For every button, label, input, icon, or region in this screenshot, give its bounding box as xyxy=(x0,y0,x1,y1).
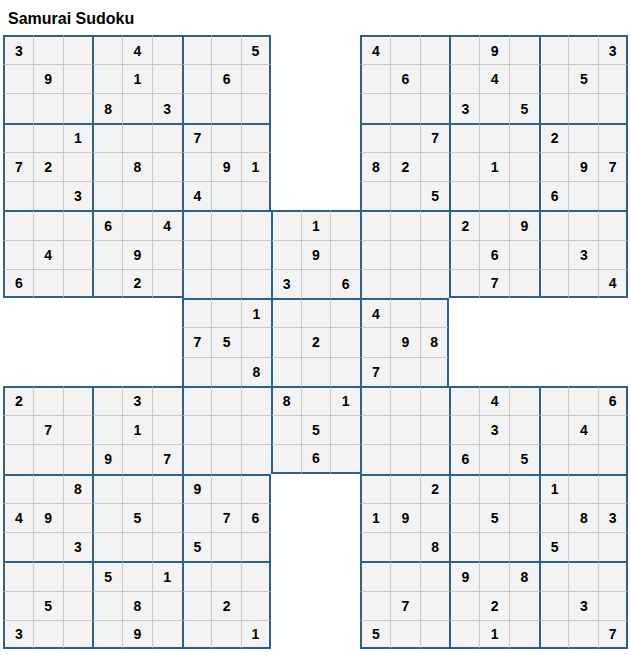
cell-r21c18[interactable] xyxy=(509,620,539,649)
cell-r8c15[interactable] xyxy=(420,240,450,269)
cell-r10c11[interactable] xyxy=(301,298,331,327)
cell-r19c5[interactable] xyxy=(122,561,152,590)
cell-r4c15: 7 xyxy=(420,123,450,152)
cell-r21c4[interactable] xyxy=(92,620,122,649)
cell-r2c19[interactable] xyxy=(539,64,569,93)
cell-r20c3[interactable] xyxy=(63,591,93,620)
cell-r7c1[interactable] xyxy=(3,210,33,239)
cell-r8c18[interactable] xyxy=(509,240,539,269)
cell-r15c1[interactable] xyxy=(3,444,33,473)
cell-r8c17: 6 xyxy=(479,240,509,269)
gap-cell xyxy=(92,357,122,386)
cell-r14c13[interactable] xyxy=(360,415,390,444)
cell-r17c5: 5 xyxy=(122,503,152,532)
cell-r14c7[interactable] xyxy=(182,415,212,444)
cell-r3c8[interactable] xyxy=(211,93,241,122)
cell-r18c16[interactable] xyxy=(449,532,479,561)
cell-r9c3[interactable] xyxy=(63,269,93,298)
cell-r1c4[interactable] xyxy=(92,35,122,64)
cell-r16c6[interactable] xyxy=(152,474,182,503)
cell-r7c4: 6 xyxy=(92,210,122,239)
cell-r4c5[interactable] xyxy=(122,123,152,152)
cell-r10c7[interactable] xyxy=(182,298,212,327)
cell-r8c16[interactable] xyxy=(449,240,479,269)
cell-r13c6[interactable] xyxy=(152,386,182,415)
cell-r21c15[interactable] xyxy=(420,620,450,649)
cell-r20c13[interactable] xyxy=(360,591,390,620)
cell-r11c10[interactable] xyxy=(271,327,301,356)
gap-cell xyxy=(271,152,301,181)
cell-r14c1[interactable] xyxy=(3,415,33,444)
cell-r16c8[interactable] xyxy=(211,474,241,503)
cell-r19c13[interactable] xyxy=(360,561,390,590)
cell-r12c12[interactable] xyxy=(330,357,360,386)
gap-cell xyxy=(3,298,33,327)
cell-r15c5[interactable] xyxy=(122,444,152,473)
cell-r14c12[interactable] xyxy=(330,415,360,444)
cell-r21c14[interactable] xyxy=(390,620,420,649)
cell-r18c5[interactable] xyxy=(122,532,152,561)
cell-r3c17[interactable] xyxy=(479,93,509,122)
cell-r6c4[interactable] xyxy=(92,181,122,210)
cell-r2c7[interactable] xyxy=(182,64,212,93)
cell-r4c17[interactable] xyxy=(479,123,509,152)
cell-r20c18[interactable] xyxy=(509,591,539,620)
cell-r17c18[interactable] xyxy=(509,503,539,532)
cell-r4c14[interactable] xyxy=(390,123,420,152)
cell-r1c16[interactable] xyxy=(449,35,479,64)
cell-r5c18[interactable] xyxy=(509,152,539,181)
cell-r19c9[interactable] xyxy=(241,561,271,590)
cell-r14c4[interactable] xyxy=(92,415,122,444)
cell-r16c16[interactable] xyxy=(449,474,479,503)
cell-r13c4[interactable] xyxy=(92,386,122,415)
cell-r19c14[interactable] xyxy=(390,561,420,590)
cell-r4c9[interactable] xyxy=(241,123,271,152)
cell-r6c8[interactable] xyxy=(211,181,241,210)
cell-r19c19[interactable] xyxy=(539,561,569,590)
cell-r7c10[interactable] xyxy=(271,210,301,239)
cell-r19c15[interactable] xyxy=(420,561,450,590)
cell-r14c19[interactable] xyxy=(539,415,569,444)
cell-r15c19[interactable] xyxy=(539,444,569,473)
gap-cell xyxy=(301,152,331,181)
cell-r14c15[interactable] xyxy=(420,415,450,444)
cell-r13c3[interactable] xyxy=(63,386,93,415)
cell-r3c7[interactable] xyxy=(182,93,212,122)
cell-r20c19[interactable] xyxy=(539,591,569,620)
cell-r9c20[interactable] xyxy=(568,269,598,298)
cell-r7c12[interactable] xyxy=(330,210,360,239)
cell-r3c19[interactable] xyxy=(539,93,569,122)
cell-r17c16[interactable] xyxy=(449,503,479,532)
cell-r1c1: 3 xyxy=(3,35,33,64)
cell-r12c15[interactable] xyxy=(420,357,450,386)
cell-r18c18[interactable] xyxy=(509,532,539,561)
cell-r16c5[interactable] xyxy=(122,474,152,503)
cell-r19c8[interactable] xyxy=(211,561,241,590)
cell-r13c16[interactable] xyxy=(449,386,479,415)
cell-r5c7[interactable] xyxy=(182,152,212,181)
gap-cell xyxy=(509,357,539,386)
cell-r14c9[interactable] xyxy=(241,415,271,444)
cell-r8c6[interactable] xyxy=(152,240,182,269)
cell-r21c20[interactable] xyxy=(568,620,598,649)
cell-r6c2[interactable] xyxy=(33,181,63,210)
cell-r12c8[interactable] xyxy=(211,357,241,386)
cell-r7c5[interactable] xyxy=(122,210,152,239)
cell-r13c13[interactable] xyxy=(360,386,390,415)
cell-r18c9[interactable] xyxy=(241,532,271,561)
cell-r16c2[interactable] xyxy=(33,474,63,503)
cell-r11c13[interactable] xyxy=(360,327,390,356)
cell-r12c10[interactable] xyxy=(271,357,301,386)
cell-r20c15[interactable] xyxy=(420,591,450,620)
cell-r7c3[interactable] xyxy=(63,210,93,239)
cell-r8c21[interactable] xyxy=(598,240,628,269)
cell-r4c18[interactable] xyxy=(509,123,539,152)
cell-r4c13[interactable] xyxy=(360,123,390,152)
cell-r16c14[interactable] xyxy=(390,474,420,503)
cell-r1c15[interactable] xyxy=(420,35,450,64)
cell-r20c4[interactable] xyxy=(92,591,122,620)
cell-r14c8[interactable] xyxy=(211,415,241,444)
cell-r11c9[interactable] xyxy=(241,327,271,356)
cell-r16c18[interactable] xyxy=(509,474,539,503)
cell-r13c2[interactable] xyxy=(33,386,63,415)
cell-r21c8[interactable] xyxy=(211,620,241,649)
cell-r15c21[interactable] xyxy=(598,444,628,473)
cell-r9c14[interactable] xyxy=(390,269,420,298)
cell-r6c3: 3 xyxy=(63,181,93,210)
gap-cell xyxy=(479,298,509,327)
cell-r21c19[interactable] xyxy=(539,620,569,649)
cell-r8c13[interactable] xyxy=(360,240,390,269)
cell-r6c5[interactable] xyxy=(122,181,152,210)
cell-r5c16[interactable] xyxy=(449,152,479,181)
cell-r1c18[interactable] xyxy=(509,35,539,64)
cell-r18c8[interactable] xyxy=(211,532,241,561)
cell-r15c7[interactable] xyxy=(182,444,212,473)
cell-r8c9[interactable] xyxy=(241,240,271,269)
cell-r16c13[interactable] xyxy=(360,474,390,503)
cell-r2c3[interactable] xyxy=(63,64,93,93)
cell-r11c12[interactable] xyxy=(330,327,360,356)
cell-r9c11[interactable] xyxy=(301,269,331,298)
cell-r3c9[interactable] xyxy=(241,93,271,122)
cell-r7c21[interactable] xyxy=(598,210,628,239)
cell-r4c20[interactable] xyxy=(568,123,598,152)
cell-r15c14[interactable] xyxy=(390,444,420,473)
cell-r14c21[interactable] xyxy=(598,415,628,444)
cell-r9c18[interactable] xyxy=(509,269,539,298)
cell-r20c7[interactable] xyxy=(182,591,212,620)
cell-r4c2[interactable] xyxy=(33,123,63,152)
cell-r8c10[interactable] xyxy=(271,240,301,269)
cell-r2c1[interactable] xyxy=(3,64,33,93)
cell-r15c10[interactable] xyxy=(271,444,301,473)
cell-r13c7[interactable] xyxy=(182,386,212,415)
cell-r8c3[interactable] xyxy=(63,240,93,269)
cell-r19c21[interactable] xyxy=(598,561,628,590)
cell-r18c21[interactable] xyxy=(598,532,628,561)
cell-r1c3[interactable] xyxy=(63,35,93,64)
cell-r16c17[interactable] xyxy=(479,474,509,503)
cell-r8c19[interactable] xyxy=(539,240,569,269)
cell-r2c21[interactable] xyxy=(598,64,628,93)
cell-r6c13[interactable] xyxy=(360,181,390,210)
cell-r4c8[interactable] xyxy=(211,123,241,152)
cell-r8c7[interactable] xyxy=(182,240,212,269)
cell-r7c7[interactable] xyxy=(182,210,212,239)
cell-r8c4[interactable] xyxy=(92,240,122,269)
cell-r5c4[interactable] xyxy=(92,152,122,181)
cell-r19c1[interactable] xyxy=(3,561,33,590)
cell-r10c12[interactable] xyxy=(330,298,360,327)
cell-r18c13[interactable] xyxy=(360,532,390,561)
cell-r9c8[interactable] xyxy=(211,269,241,298)
cell-r8c12[interactable] xyxy=(330,240,360,269)
cell-r4c3: 1 xyxy=(63,123,93,152)
cell-r18c20[interactable] xyxy=(568,532,598,561)
cell-r16c4[interactable] xyxy=(92,474,122,503)
gap-cell xyxy=(152,357,182,386)
cell-r7c13[interactable] xyxy=(360,210,390,239)
cell-r3c15[interactable] xyxy=(420,93,450,122)
cell-r17c4[interactable] xyxy=(92,503,122,532)
cell-r6c14[interactable] xyxy=(390,181,420,210)
cell-r17c19[interactable] xyxy=(539,503,569,532)
cell-r15c8[interactable] xyxy=(211,444,241,473)
cell-r18c2[interactable] xyxy=(33,532,63,561)
cell-r7c19[interactable] xyxy=(539,210,569,239)
cell-r16c21[interactable] xyxy=(598,474,628,503)
cell-r18c6[interactable] xyxy=(152,532,182,561)
cell-r9c4[interactable] xyxy=(92,269,122,298)
cell-r20c14: 7 xyxy=(390,591,420,620)
gap-cell xyxy=(33,357,63,386)
cell-r5c5: 8 xyxy=(122,152,152,181)
gap-cell xyxy=(271,503,301,532)
cell-r2c20: 5 xyxy=(568,64,598,93)
cell-r15c17[interactable] xyxy=(479,444,509,473)
cell-r15c20[interactable] xyxy=(568,444,598,473)
cell-r3c5[interactable] xyxy=(122,93,152,122)
cell-r9c19[interactable] xyxy=(539,269,569,298)
cell-r1c6[interactable] xyxy=(152,35,182,64)
cell-r3c18: 5 xyxy=(509,93,539,122)
cell-r13c14[interactable] xyxy=(390,386,420,415)
cell-r19c18: 8 xyxy=(509,561,539,590)
cell-r7c2[interactable] xyxy=(33,210,63,239)
cell-r7c20[interactable] xyxy=(568,210,598,239)
cell-r14c16[interactable] xyxy=(449,415,479,444)
cell-r7c8[interactable] xyxy=(211,210,241,239)
cell-r5c19[interactable] xyxy=(539,152,569,181)
cell-r15c13[interactable] xyxy=(360,444,390,473)
cell-r8c8[interactable] xyxy=(211,240,241,269)
cell-r10c14[interactable] xyxy=(390,298,420,327)
cell-r5c15[interactable] xyxy=(420,152,450,181)
cell-r9c7[interactable] xyxy=(182,269,212,298)
cell-r2c4[interactable] xyxy=(92,64,122,93)
cell-r3c13[interactable] xyxy=(360,93,390,122)
cell-r13c15[interactable] xyxy=(420,386,450,415)
cell-r14c6[interactable] xyxy=(152,415,182,444)
cell-r4c1[interactable] xyxy=(3,123,33,152)
gap-cell xyxy=(122,327,152,356)
cell-r7c17[interactable] xyxy=(479,210,509,239)
cell-r4c21[interactable] xyxy=(598,123,628,152)
cell-r17c7[interactable] xyxy=(182,503,212,532)
cell-r2c2: 9 xyxy=(33,64,63,93)
cell-r13c11[interactable] xyxy=(301,386,331,415)
cell-r8c14[interactable] xyxy=(390,240,420,269)
cell-r6c20[interactable] xyxy=(568,181,598,210)
cell-r16c9[interactable] xyxy=(241,474,271,503)
cell-r21c16[interactable] xyxy=(449,620,479,649)
gap-cell xyxy=(598,327,628,356)
cell-r3c2[interactable] xyxy=(33,93,63,122)
cell-r17c15[interactable] xyxy=(420,503,450,532)
cell-r15c15[interactable] xyxy=(420,444,450,473)
cell-r13c18[interactable] xyxy=(509,386,539,415)
cell-r7c14[interactable] xyxy=(390,210,420,239)
cell-r4c4[interactable] xyxy=(92,123,122,152)
cell-r13c9[interactable] xyxy=(241,386,271,415)
cell-r2c16[interactable] xyxy=(449,64,479,93)
cell-r1c7[interactable] xyxy=(182,35,212,64)
cell-r9c2[interactable] xyxy=(33,269,63,298)
cell-r12c7[interactable] xyxy=(182,357,212,386)
cell-r8c1[interactable] xyxy=(3,240,33,269)
cell-r6c9[interactable] xyxy=(241,181,271,210)
cell-r20c21[interactable] xyxy=(598,591,628,620)
cell-r15c9[interactable] xyxy=(241,444,271,473)
cell-r21c2[interactable] xyxy=(33,620,63,649)
cell-r1c20[interactable] xyxy=(568,35,598,64)
cell-r1c19[interactable] xyxy=(539,35,569,64)
cell-r13c19[interactable] xyxy=(539,386,569,415)
cell-r19c17[interactable] xyxy=(479,561,509,590)
gap-cell xyxy=(271,591,301,620)
cell-r14c10[interactable] xyxy=(271,415,301,444)
cell-r13c20[interactable] xyxy=(568,386,598,415)
gap-cell xyxy=(598,298,628,327)
cell-r4c6[interactable] xyxy=(152,123,182,152)
cell-r20c1[interactable] xyxy=(3,591,33,620)
cell-r17c6[interactable] xyxy=(152,503,182,532)
cell-r18c4[interactable] xyxy=(92,532,122,561)
cell-r6c1[interactable] xyxy=(3,181,33,210)
gap-cell xyxy=(33,298,63,327)
cell-r2c6[interactable] xyxy=(152,64,182,93)
cell-r15c12[interactable] xyxy=(330,444,360,473)
cell-r1c5: 4 xyxy=(122,35,152,64)
cell-r6c16[interactable] xyxy=(449,181,479,210)
cell-r5c1: 7 xyxy=(3,152,33,181)
cell-r20c6[interactable] xyxy=(152,591,182,620)
gap-cell xyxy=(122,357,152,386)
cell-r13c8[interactable] xyxy=(211,386,241,415)
cell-r3c3[interactable] xyxy=(63,93,93,122)
cell-r9c6[interactable] xyxy=(152,269,182,298)
gap-cell xyxy=(301,93,331,122)
gap-cell xyxy=(33,327,63,356)
cell-r3c20[interactable] xyxy=(568,93,598,122)
cell-r6c17[interactable] xyxy=(479,181,509,210)
cell-r2c9[interactable] xyxy=(241,64,271,93)
cell-r9c16[interactable] xyxy=(449,269,479,298)
cell-r3c14[interactable] xyxy=(390,93,420,122)
cell-r2c18[interactable] xyxy=(509,64,539,93)
cell-r14c17: 3 xyxy=(479,415,509,444)
cell-r21c9: 1 xyxy=(241,620,271,649)
cell-r3c1[interactable] xyxy=(3,93,33,122)
cell-r1c2[interactable] xyxy=(33,35,63,64)
cell-r18c17[interactable] xyxy=(479,532,509,561)
cell-r12c14[interactable] xyxy=(390,357,420,386)
cell-r9c13[interactable] xyxy=(360,269,390,298)
cell-r7c15[interactable] xyxy=(420,210,450,239)
cell-r21c3[interactable] xyxy=(63,620,93,649)
cell-r8c5: 9 xyxy=(122,240,152,269)
cell-r1c8[interactable] xyxy=(211,35,241,64)
cell-r3c21[interactable] xyxy=(598,93,628,122)
cell-r2c13[interactable] xyxy=(360,64,390,93)
cell-r6c6[interactable] xyxy=(152,181,182,210)
cell-r16c1[interactable] xyxy=(3,474,33,503)
cell-r19c7[interactable] xyxy=(182,561,212,590)
cell-r5c6[interactable] xyxy=(152,152,182,181)
cell-r10c8[interactable] xyxy=(211,298,241,327)
gap-cell xyxy=(271,474,301,503)
cell-r21c7[interactable] xyxy=(182,620,212,649)
cell-r4c16[interactable] xyxy=(449,123,479,152)
cell-r12c11[interactable] xyxy=(301,357,331,386)
cell-r2c15[interactable] xyxy=(420,64,450,93)
cell-r21c6[interactable] xyxy=(152,620,182,649)
cell-r15c2[interactable] xyxy=(33,444,63,473)
cell-r19c20[interactable] xyxy=(568,561,598,590)
cell-r12c13: 7 xyxy=(360,357,390,386)
cell-r6c21[interactable] xyxy=(598,181,628,210)
cell-r15c3[interactable] xyxy=(63,444,93,473)
gap-cell xyxy=(301,123,331,152)
cell-r14c14[interactable] xyxy=(390,415,420,444)
cell-r14c3[interactable] xyxy=(63,415,93,444)
cell-r19c3[interactable] xyxy=(63,561,93,590)
cell-r18c1[interactable] xyxy=(3,532,33,561)
cell-r1c14[interactable] xyxy=(390,35,420,64)
cell-r14c18[interactable] xyxy=(509,415,539,444)
cell-r9c9[interactable] xyxy=(241,269,271,298)
cell-r17c3[interactable] xyxy=(63,503,93,532)
cell-r19c2[interactable] xyxy=(33,561,63,590)
cell-r16c20[interactable] xyxy=(568,474,598,503)
cell-r6c18[interactable] xyxy=(509,181,539,210)
gap-cell xyxy=(152,327,182,356)
cell-r20c9[interactable] xyxy=(241,591,271,620)
cell-r7c9[interactable] xyxy=(241,210,271,239)
cell-r10c10[interactable] xyxy=(271,298,301,327)
cell-r20c16[interactable] xyxy=(449,591,479,620)
cell-r18c14[interactable] xyxy=(390,532,420,561)
cell-r10c15[interactable] xyxy=(420,298,450,327)
cell-r11c8: 5 xyxy=(211,327,241,356)
cell-r5c3[interactable] xyxy=(63,152,93,181)
cell-r9c15[interactable] xyxy=(420,269,450,298)
